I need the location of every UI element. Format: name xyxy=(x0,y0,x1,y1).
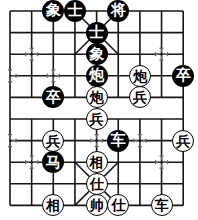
piece-red-soldier-3[interactable]: 兵 xyxy=(42,130,64,152)
piece-red-elephant-2[interactable]: 相 xyxy=(42,194,64,216)
piece-black-soldier-2[interactable]: 卒 xyxy=(42,86,64,108)
screenshot-root: 象士将士象炮炮卒卒炮兵兵兵车兵马相仕相帅仕车 xyxy=(0,0,198,220)
pieces-layer: 象士将士象炮炮卒卒炮兵兵兵车兵马相仕相帅仕车 xyxy=(0,0,194,216)
piece-red-elephant-1[interactable]: 相 xyxy=(86,151,108,173)
piece-black-advisor-1[interactable]: 士 xyxy=(64,0,86,22)
piece-black-elephant-2[interactable]: 象 xyxy=(86,43,108,65)
piece-red-soldier-2[interactable]: 兵 xyxy=(86,108,108,130)
piece-black-general[interactable]: 将 xyxy=(107,0,129,22)
piece-red-soldier-4[interactable]: 兵 xyxy=(172,130,194,152)
piece-red-advisor-1[interactable]: 仕 xyxy=(86,173,108,195)
piece-black-soldier-1[interactable]: 卒 xyxy=(172,65,194,87)
xiangqi-board: 象士将士象炮炮卒卒炮兵兵兵车兵马相仕相帅仕车 xyxy=(0,0,198,220)
piece-red-advisor-2[interactable]: 仕 xyxy=(107,194,129,216)
piece-black-horse[interactable]: 马 xyxy=(42,151,64,173)
piece-black-chariot[interactable]: 车 xyxy=(107,130,129,152)
piece-black-elephant-1[interactable]: 象 xyxy=(42,0,64,22)
piece-black-cannon[interactable]: 炮 xyxy=(86,65,108,87)
piece-red-soldier-1[interactable]: 兵 xyxy=(129,86,151,108)
piece-red-cannon-1[interactable]: 炮 xyxy=(129,65,151,87)
piece-black-advisor-2[interactable]: 士 xyxy=(86,22,108,44)
piece-red-chariot[interactable]: 车 xyxy=(151,194,173,216)
piece-red-general[interactable]: 帅 xyxy=(86,194,108,216)
piece-red-cannon-2[interactable]: 炮 xyxy=(86,86,108,108)
